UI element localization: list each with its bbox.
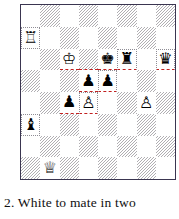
- square-h7: [156, 27, 175, 49]
- square-a5: [21, 70, 40, 92]
- square-a2: [21, 136, 40, 158]
- square-b7: [40, 27, 59, 49]
- square-b6: [40, 49, 59, 71]
- square-c7: [60, 27, 79, 49]
- white-pawn: ♙: [139, 93, 153, 113]
- puzzle-page: ♖♔♚♜♛♟♟♟♙♙♝♕ 2. White to mate in two: [0, 0, 179, 219]
- white-rook: ♖: [23, 28, 37, 48]
- square-d2: [79, 136, 98, 158]
- white-king: ♔: [62, 49, 76, 69]
- square-d3: [79, 114, 98, 136]
- square-h3: [156, 114, 175, 136]
- square-d5: ♟: [79, 70, 98, 92]
- square-f2: [117, 136, 136, 158]
- square-e1: [98, 157, 117, 179]
- square-e3: [98, 114, 117, 136]
- white-pawn: ♙: [81, 93, 95, 113]
- square-h2: [156, 136, 175, 158]
- square-g1: [137, 157, 156, 179]
- square-e5: ♟: [98, 70, 117, 92]
- square-b8: [40, 5, 59, 27]
- square-f7: [117, 27, 136, 49]
- black-king: ♚: [100, 49, 114, 69]
- square-b5: [40, 70, 59, 92]
- square-f3: [117, 114, 136, 136]
- square-d6: [79, 49, 98, 71]
- square-f5: [117, 70, 136, 92]
- square-c6: ♔: [60, 49, 79, 71]
- square-f6: ♜: [117, 49, 136, 71]
- black-pawn: ♟: [81, 71, 95, 91]
- square-a8: [21, 5, 40, 27]
- black-bishop: ♝: [23, 115, 37, 135]
- square-g3: [137, 114, 156, 136]
- caption: 2. White to mate in two: [4, 195, 179, 211]
- square-d1: [79, 157, 98, 179]
- square-a1: [21, 157, 40, 179]
- square-g5: [137, 70, 156, 92]
- black-rook: ♜: [120, 49, 134, 69]
- square-f1: [117, 157, 136, 179]
- square-g6: [137, 49, 156, 71]
- square-e7: [98, 27, 117, 49]
- white-queen: ♕: [43, 158, 57, 178]
- square-e4: [98, 92, 117, 114]
- square-g2: [137, 136, 156, 158]
- black-pawn: ♟: [62, 92, 76, 112]
- square-g7: [137, 27, 156, 49]
- square-c1: [60, 157, 79, 179]
- square-h5: [156, 70, 175, 92]
- square-b1: ♕: [40, 157, 59, 179]
- square-e2: [98, 136, 117, 158]
- square-c2: [60, 136, 79, 158]
- square-g8: [137, 5, 156, 27]
- black-pawn: ♟: [100, 71, 114, 91]
- square-a6: [21, 49, 40, 71]
- square-d4: ♙: [79, 92, 98, 114]
- square-e6: ♚: [98, 49, 117, 71]
- square-h1: [156, 157, 175, 179]
- square-c4: ♟: [60, 92, 79, 114]
- square-e8: [98, 5, 117, 27]
- square-f4: [117, 92, 136, 114]
- black-queen: ♛: [158, 49, 172, 69]
- chessboard: ♖♔♚♜♛♟♟♟♙♙♝♕: [20, 4, 176, 180]
- square-b3: [40, 114, 59, 136]
- square-g4: ♙: [137, 92, 156, 114]
- square-c5: [60, 70, 79, 92]
- square-c8: [60, 5, 79, 27]
- square-d8: [79, 5, 98, 27]
- square-a7: ♖: [21, 27, 40, 49]
- square-c3: [60, 114, 79, 136]
- square-h4: [156, 92, 175, 114]
- square-a4: [21, 92, 40, 114]
- square-b4: [40, 92, 59, 114]
- square-d7: [79, 27, 98, 49]
- square-b2: [40, 136, 59, 158]
- square-f8: [117, 5, 136, 27]
- square-h6: ♛: [156, 49, 175, 71]
- square-h8: [156, 5, 175, 27]
- square-a3: ♝: [21, 114, 40, 136]
